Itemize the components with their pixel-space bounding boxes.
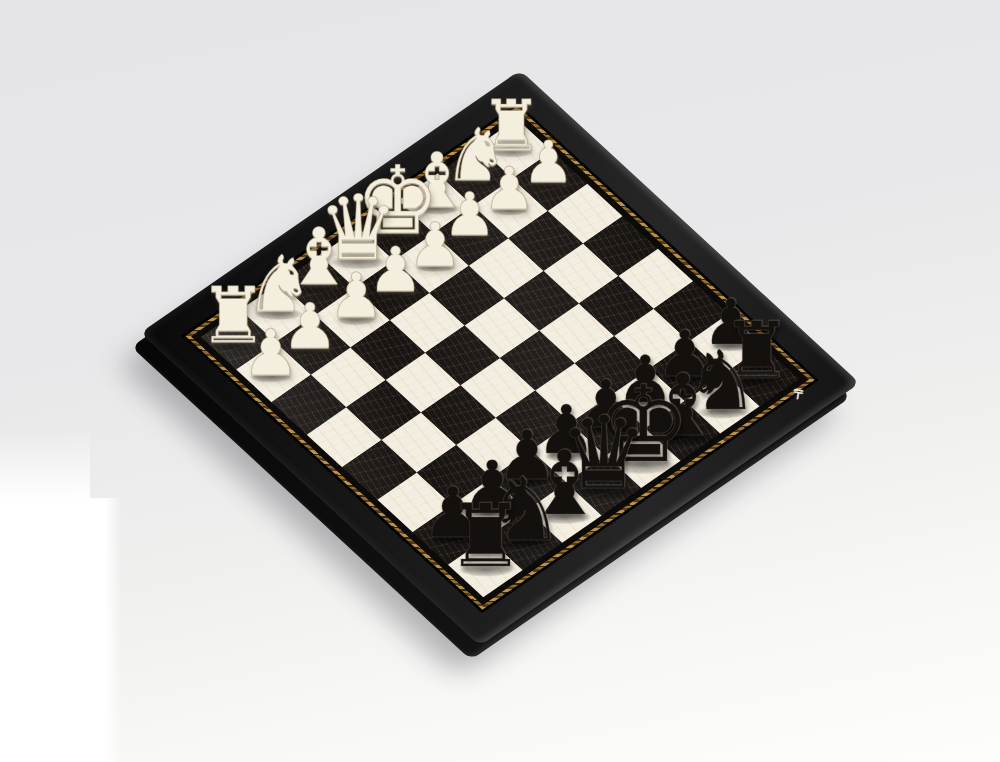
backdrop-seam-blend [0, 430, 90, 510]
piece-black-rook-a8[interactable]: ♜ [447, 493, 525, 580]
backdrop-seam [0, 498, 122, 762]
frame-scuff-mark: 〒 [792, 385, 808, 405]
piece-white-pawn-a2[interactable]: ♟ [242, 321, 299, 385]
photo-backdrop: 〒 ♜♞♝♛♚♝♞♜♟♟♟♟♟♟♟♟♟♟♟♟♟♟♟♟♜♞♝♛♚♝♞♜ [0, 0, 1000, 762]
